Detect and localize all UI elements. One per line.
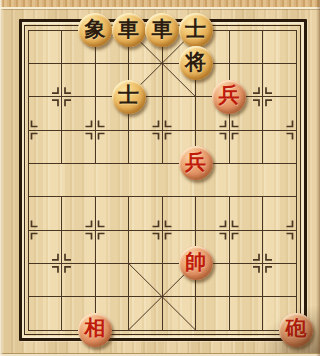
black-elephant-glyph: 象 [85, 19, 106, 40]
black-advisor-1[interactable]: 士 [179, 13, 213, 47]
black-advisor-1-glyph: 士 [185, 19, 206, 40]
corner-shadow [258, 306, 320, 356]
pieces-grid: 象車車士将士兵兵帥相砲 [11, 13, 313, 346]
black-chariot-2[interactable]: 車 [145, 13, 179, 47]
wood-edge-top [0, 0, 320, 9]
red-soldier-2[interactable]: 兵 [179, 146, 213, 180]
wood-edge-bottom [0, 351, 320, 356]
red-elephant-glyph: 相 [85, 318, 106, 339]
red-soldier-1-glyph: 兵 [219, 85, 240, 106]
black-advisor-2-glyph: 士 [118, 85, 139, 106]
red-soldier-2-glyph: 兵 [185, 152, 206, 173]
xiangqi-board: 象車車士将士兵兵帥相砲 [0, 0, 320, 356]
black-chariot-1[interactable]: 車 [112, 13, 146, 47]
red-general[interactable]: 帥 [179, 246, 213, 280]
black-chariot-2-glyph: 車 [152, 19, 173, 40]
black-advisor-2[interactable]: 士 [112, 80, 146, 114]
wood-edge-right [316, 0, 320, 356]
black-general-glyph: 将 [185, 52, 206, 73]
wood-edge-left [0, 0, 3, 356]
red-general-glyph: 帥 [185, 252, 206, 273]
black-general[interactable]: 将 [179, 46, 213, 80]
black-chariot-1-glyph: 車 [118, 19, 139, 40]
red-soldier-1[interactable]: 兵 [212, 80, 246, 114]
black-elephant[interactable]: 象 [78, 13, 112, 47]
red-elephant[interactable]: 相 [78, 313, 112, 347]
